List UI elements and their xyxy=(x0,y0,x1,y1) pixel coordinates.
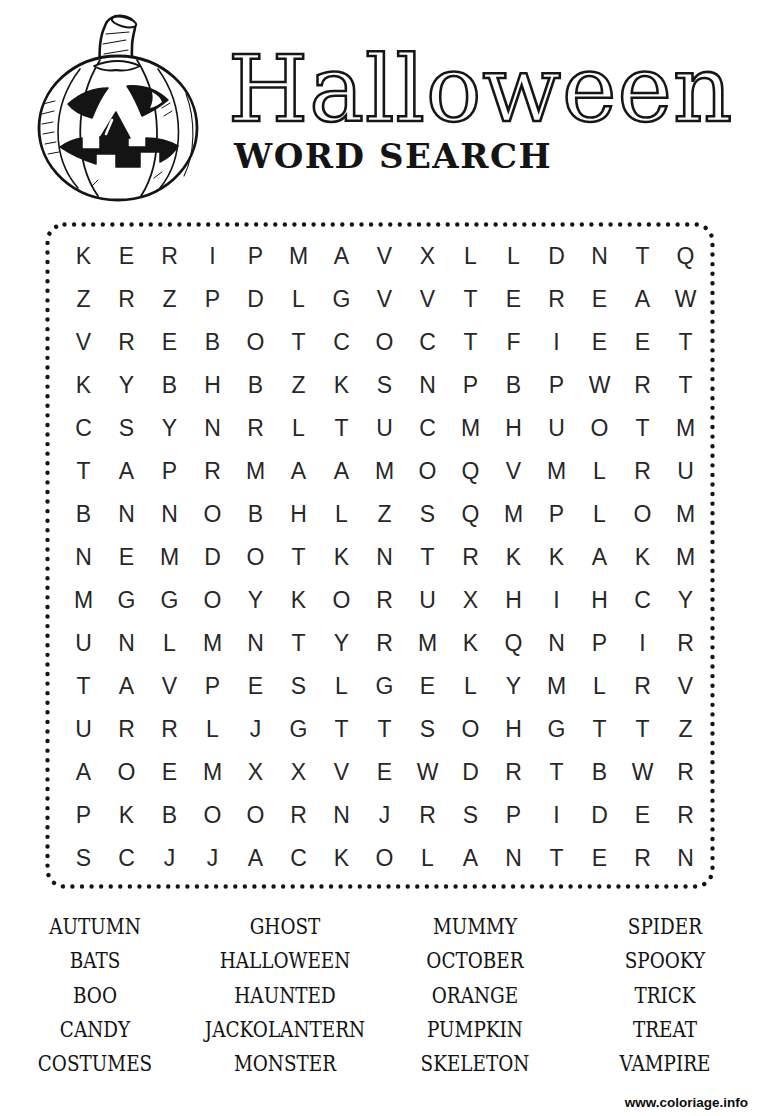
grid-cell[interactable]: C xyxy=(320,321,363,364)
grid-cell[interactable]: M xyxy=(492,493,535,536)
grid-cell[interactable]: L xyxy=(449,235,492,278)
word-list-item: HALLOWEEN xyxy=(209,943,361,977)
grid-cell[interactable]: M xyxy=(191,751,234,794)
puzzle-panel: KERIPMAVXLLDNTQZRZPDLGVVTEREAWVREBOTCOCT… xyxy=(44,221,716,890)
grid-cell[interactable]: B xyxy=(148,364,191,407)
grid-cell[interactable]: R xyxy=(664,794,707,837)
grid-cell[interactable]: B xyxy=(191,321,234,364)
grid-cell[interactable]: N xyxy=(492,837,535,880)
grid-cell[interactable]: T xyxy=(535,837,578,880)
grid-cell[interactable]: A xyxy=(62,751,105,794)
grid-cell[interactable]: R xyxy=(234,407,277,450)
word-list-item: CANDY xyxy=(19,1012,171,1046)
grid-cell[interactable]: E xyxy=(578,321,621,364)
grid-cell[interactable]: T xyxy=(363,708,406,751)
grid-cell[interactable]: G xyxy=(277,708,320,751)
word-list-item: GHOST xyxy=(209,909,361,943)
grid-cell[interactable]: H xyxy=(492,579,535,622)
grid-cell[interactable]: E xyxy=(105,536,148,579)
grid-cell[interactable]: W xyxy=(664,278,707,321)
grid-cell[interactable]: V xyxy=(320,751,363,794)
grid-cell[interactable]: C xyxy=(277,837,320,880)
grid-cell[interactable]: M xyxy=(148,536,191,579)
word-list-item: PUMPKIN xyxy=(399,1012,551,1046)
grid-cell[interactable]: K xyxy=(105,794,148,837)
grid-cell[interactable]: M xyxy=(535,450,578,493)
grid-cell[interactable]: F xyxy=(492,321,535,364)
grid-cell[interactable]: R xyxy=(406,794,449,837)
grid-cell[interactable]: T xyxy=(320,407,363,450)
grid-cell[interactable]: R xyxy=(191,450,234,493)
word-list-item: ORANGE xyxy=(399,978,551,1012)
grid-cell[interactable]: A xyxy=(105,665,148,708)
grid-cell[interactable]: J xyxy=(191,837,234,880)
grid-cell[interactable]: D xyxy=(535,235,578,278)
grid-cell[interactable]: T xyxy=(664,321,707,364)
grid-cell[interactable]: T xyxy=(406,536,449,579)
word-list-item: MUMMY xyxy=(399,909,551,943)
grid-cell[interactable]: K xyxy=(320,837,363,880)
grid-cell[interactable]: U xyxy=(363,407,406,450)
grid-cell[interactable]: R xyxy=(148,235,191,278)
jack-o-lantern-icon xyxy=(36,8,200,204)
word-list-item: COSTUMES xyxy=(19,1046,171,1080)
grid-cell[interactable]: T xyxy=(621,235,664,278)
word-search-grid: KERIPMAVXLLDNTQZRZPDLGVVTEREAWVREBOTCOCT… xyxy=(62,235,707,880)
grid-cell[interactable]: C xyxy=(406,407,449,450)
grid-cell[interactable]: E xyxy=(148,751,191,794)
grid-cell[interactable]: Y xyxy=(105,364,148,407)
grid-cell[interactable]: R xyxy=(277,794,320,837)
grid-cell[interactable]: B xyxy=(148,794,191,837)
grid-cell[interactable]: N xyxy=(148,493,191,536)
website-credit: www.coloriage.info xyxy=(625,1095,748,1110)
grid-cell[interactable]: K xyxy=(320,364,363,407)
grid-cell[interactable]: T xyxy=(277,622,320,665)
grid-cell[interactable]: G xyxy=(363,665,406,708)
grid-cell[interactable]: T xyxy=(62,450,105,493)
grid-cell[interactable]: L xyxy=(277,407,320,450)
grid-cell[interactable]: H xyxy=(492,708,535,751)
grid-cell[interactable]: K xyxy=(449,622,492,665)
grid-cell[interactable]: Y xyxy=(234,579,277,622)
grid-cell[interactable]: X xyxy=(449,579,492,622)
grid-cell[interactable]: C xyxy=(62,407,105,450)
grid-cell[interactable]: M xyxy=(363,450,406,493)
grid-cell[interactable]: S xyxy=(62,837,105,880)
grid-cell[interactable]: Z xyxy=(277,364,320,407)
grid-cell[interactable]: G xyxy=(148,579,191,622)
grid-cell[interactable]: L xyxy=(277,278,320,321)
grid-cell[interactable]: N xyxy=(105,622,148,665)
page-subtitle: WORD SEARCH xyxy=(234,139,552,173)
grid-cell[interactable]: O xyxy=(578,407,621,450)
grid-cell[interactable]: R xyxy=(621,837,664,880)
grid-cell[interactable]: L xyxy=(191,708,234,751)
word-list-item: MONSTER xyxy=(209,1046,361,1080)
grid-cell[interactable]: D xyxy=(578,794,621,837)
grid-cell[interactable]: P xyxy=(62,794,105,837)
grid-cell[interactable]: L xyxy=(449,665,492,708)
grid-cell[interactable]: A xyxy=(105,450,148,493)
grid-cell[interactable]: R xyxy=(105,708,148,751)
grid-cell[interactable]: T xyxy=(320,708,363,751)
grid-cell[interactable]: V xyxy=(664,665,707,708)
grid-cell[interactable]: P xyxy=(148,450,191,493)
grid-cell[interactable]: T xyxy=(449,321,492,364)
grid-cell[interactable]: U xyxy=(535,407,578,450)
grid-cell[interactable]: K xyxy=(320,536,363,579)
grid-cell[interactable]: J xyxy=(363,794,406,837)
grid-cell[interactable]: G xyxy=(535,708,578,751)
grid-cell[interactable]: U xyxy=(62,622,105,665)
grid-cell[interactable]: P xyxy=(191,278,234,321)
grid-cell[interactable]: A xyxy=(277,450,320,493)
grid-cell[interactable]: X xyxy=(234,751,277,794)
grid-cell[interactable]: M xyxy=(664,536,707,579)
grid-cell[interactable]: R xyxy=(363,622,406,665)
word-list-item: BOO xyxy=(19,978,171,1012)
grid-cell[interactable]: Z xyxy=(363,493,406,536)
grid-cell[interactable]: Y xyxy=(664,579,707,622)
grid-cell[interactable]: T xyxy=(62,665,105,708)
grid-cell[interactable]: C xyxy=(406,321,449,364)
grid-cell[interactable]: U xyxy=(62,708,105,751)
grid-cell[interactable]: I xyxy=(535,579,578,622)
grid-cell[interactable]: A xyxy=(578,536,621,579)
grid-cell[interactable]: P xyxy=(535,493,578,536)
grid-cell[interactable]: T xyxy=(621,407,664,450)
grid-cell[interactable]: R xyxy=(363,579,406,622)
grid-cell[interactable]: E xyxy=(621,794,664,837)
grid-cell[interactable]: H xyxy=(578,579,621,622)
grid-cell[interactable]: W xyxy=(621,751,664,794)
grid-cell[interactable]: R xyxy=(621,665,664,708)
grid-cell[interactable]: N xyxy=(105,493,148,536)
grid-cell[interactable]: E xyxy=(363,751,406,794)
word-list-item: SPIDER xyxy=(589,909,741,943)
grid-cell[interactable]: H xyxy=(492,407,535,450)
grid-cell[interactable]: S xyxy=(449,794,492,837)
grid-cell[interactable]: I xyxy=(621,622,664,665)
grid-cell[interactable]: D xyxy=(191,536,234,579)
grid-cell[interactable]: E xyxy=(234,665,277,708)
grid-cell[interactable]: O xyxy=(191,493,234,536)
grid-cell[interactable]: N xyxy=(191,407,234,450)
grid-cell[interactable]: R xyxy=(664,622,707,665)
grid-cell[interactable]: O xyxy=(234,536,277,579)
grid-cell[interactable]: O xyxy=(234,321,277,364)
grid-cell[interactable]: B xyxy=(492,364,535,407)
grid-cell[interactable]: L xyxy=(492,235,535,278)
word-list: AUTUMNBATSBOOCANDYCOSTUMESGHOSTHALLOWEEN… xyxy=(0,909,760,1080)
grid-cell[interactable]: L xyxy=(320,493,363,536)
grid-cell[interactable]: K xyxy=(277,579,320,622)
page-title: Halloween xyxy=(228,44,733,136)
grid-cell[interactable]: V xyxy=(492,450,535,493)
grid-cell[interactable]: L xyxy=(148,622,191,665)
grid-cell[interactable]: O xyxy=(234,794,277,837)
grid-cell[interactable]: R xyxy=(105,278,148,321)
grid-cell[interactable]: O xyxy=(449,708,492,751)
grid-cell[interactable]: Q xyxy=(449,450,492,493)
grid-cell[interactable]: A xyxy=(320,450,363,493)
grid-cell[interactable]: H xyxy=(277,493,320,536)
grid-cell[interactable]: H xyxy=(191,364,234,407)
grid-cell[interactable]: B xyxy=(578,751,621,794)
word-list-item: JACKOLANTERN xyxy=(209,1012,361,1046)
grid-cell[interactable]: P xyxy=(191,665,234,708)
grid-cell[interactable]: U xyxy=(664,450,707,493)
grid-cell[interactable]: R xyxy=(535,278,578,321)
grid-cell[interactable]: M xyxy=(449,407,492,450)
grid-cell[interactable]: E xyxy=(578,278,621,321)
grid-cell[interactable]: R xyxy=(449,536,492,579)
grid-cell[interactable]: C xyxy=(621,579,664,622)
grid-cell[interactable]: N xyxy=(535,622,578,665)
grid-cell[interactable]: R xyxy=(105,321,148,364)
grid-cell[interactable]: E xyxy=(148,321,191,364)
grid-cell[interactable]: E xyxy=(578,837,621,880)
grid-cell[interactable]: B xyxy=(62,493,105,536)
grid-cell[interactable]: B xyxy=(234,493,277,536)
grid-cell[interactable]: R xyxy=(621,364,664,407)
grid-cell[interactable]: E xyxy=(621,321,664,364)
grid-cell[interactable]: S xyxy=(363,364,406,407)
grid-cell[interactable]: D xyxy=(449,751,492,794)
grid-cell[interactable]: T xyxy=(449,278,492,321)
grid-cell[interactable]: W xyxy=(578,364,621,407)
grid-cell[interactable]: B xyxy=(234,364,277,407)
word-list-item: AUTUMN xyxy=(19,909,171,943)
grid-cell[interactable]: V xyxy=(406,278,449,321)
grid-cell[interactable]: M xyxy=(535,665,578,708)
grid-cell[interactable]: I xyxy=(191,235,234,278)
grid-cell[interactable]: N xyxy=(664,837,707,880)
grid-cell[interactable]: L xyxy=(578,493,621,536)
grid-cell[interactable]: M xyxy=(406,622,449,665)
grid-cell[interactable]: T xyxy=(578,708,621,751)
grid-cell[interactable]: N xyxy=(234,622,277,665)
grid-cell[interactable]: M xyxy=(664,407,707,450)
grid-cell[interactable]: S xyxy=(406,708,449,751)
grid-cell[interactable]: R xyxy=(621,450,664,493)
grid-cell[interactable]: P xyxy=(578,622,621,665)
grid-cell[interactable]: M xyxy=(664,493,707,536)
grid-cell[interactable]: V xyxy=(148,665,191,708)
grid-cell[interactable]: P xyxy=(449,364,492,407)
grid-cell[interactable]: Q xyxy=(449,493,492,536)
grid-cell[interactable]: T xyxy=(535,751,578,794)
word-list-item: TREAT xyxy=(589,1012,741,1046)
grid-cell[interactable]: T xyxy=(621,708,664,751)
grid-cell[interactable]: M xyxy=(277,235,320,278)
grid-cell[interactable]: N xyxy=(578,235,621,278)
grid-cell[interactable]: K xyxy=(62,235,105,278)
grid-cell[interactable]: V xyxy=(363,235,406,278)
word-list-item: TRICK xyxy=(589,978,741,1012)
grid-cell[interactable]: R xyxy=(148,708,191,751)
grid-cell[interactable]: Z xyxy=(62,278,105,321)
worksheet-page: Halloween WORD SEARCH KERIPMAVXLLDNTQZRZ… xyxy=(0,0,760,1116)
grid-cell[interactable]: Z xyxy=(148,278,191,321)
grid-cell[interactable]: K xyxy=(492,536,535,579)
grid-cell[interactable]: O xyxy=(621,493,664,536)
grid-cell[interactable]: O xyxy=(363,837,406,880)
grid-cell[interactable]: N xyxy=(363,536,406,579)
grid-cell[interactable]: M xyxy=(191,622,234,665)
grid-cell[interactable]: V xyxy=(62,321,105,364)
grid-cell[interactable]: O xyxy=(406,450,449,493)
grid-cell[interactable]: Y xyxy=(320,622,363,665)
grid-cell[interactable]: A xyxy=(234,837,277,880)
grid-cell[interactable]: A xyxy=(621,278,664,321)
grid-cell[interactable]: G xyxy=(105,579,148,622)
grid-cell[interactable]: U xyxy=(406,579,449,622)
grid-cell[interactable]: A xyxy=(320,235,363,278)
grid-cell[interactable]: L xyxy=(320,665,363,708)
grid-cell[interactable]: R xyxy=(492,751,535,794)
grid-cell[interactable]: R xyxy=(664,751,707,794)
word-list-item: SKELETON xyxy=(399,1046,551,1080)
grid-cell[interactable]: J xyxy=(148,837,191,880)
grid-cell[interactable]: D xyxy=(234,278,277,321)
grid-cell[interactable]: Z xyxy=(664,708,707,751)
grid-cell[interactable]: K xyxy=(621,536,664,579)
grid-cell[interactable]: O xyxy=(320,579,363,622)
grid-cell[interactable]: L xyxy=(578,665,621,708)
grid-cell[interactable]: N xyxy=(62,536,105,579)
grid-cell[interactable]: S xyxy=(277,665,320,708)
grid-cell[interactable]: E xyxy=(406,665,449,708)
grid-cell[interactable]: X xyxy=(406,235,449,278)
grid-cell[interactable]: P xyxy=(234,235,277,278)
grid-cell[interactable]: T xyxy=(277,321,320,364)
grid-cell[interactable]: P xyxy=(535,364,578,407)
grid-cell[interactable]: E xyxy=(492,278,535,321)
word-list-item: VAMPIRE xyxy=(589,1046,741,1080)
word-list-item: OCTOBER xyxy=(399,943,551,977)
word-list-item: BATS xyxy=(19,943,171,977)
word-list-item: HAUNTED xyxy=(209,978,361,1012)
grid-cell[interactable]: O xyxy=(105,751,148,794)
word-list-item: SPOOKY xyxy=(589,943,741,977)
grid-cell[interactable]: E xyxy=(105,235,148,278)
grid-cell[interactable]: N xyxy=(320,794,363,837)
grid-cell[interactable]: J xyxy=(234,708,277,751)
grid-cell[interactable]: C xyxy=(105,837,148,880)
grid-cell[interactable]: S xyxy=(105,407,148,450)
grid-cell[interactable]: W xyxy=(406,751,449,794)
grid-cell[interactable]: O xyxy=(363,321,406,364)
grid-cell[interactable]: M xyxy=(234,450,277,493)
grid-cell[interactable]: L xyxy=(406,837,449,880)
grid-cell[interactable]: T xyxy=(277,536,320,579)
grid-cell[interactable]: Y xyxy=(148,407,191,450)
grid-cell[interactable]: K xyxy=(535,536,578,579)
grid-cell[interactable]: N xyxy=(406,364,449,407)
grid-cell[interactable]: I xyxy=(535,794,578,837)
grid-cell[interactable]: I xyxy=(535,321,578,364)
grid-cell[interactable]: M xyxy=(62,579,105,622)
grid-cell[interactable]: S xyxy=(406,493,449,536)
grid-cell[interactable]: P xyxy=(492,794,535,837)
grid-cell[interactable]: G xyxy=(320,278,363,321)
grid-cell[interactable]: Q xyxy=(492,622,535,665)
grid-cell[interactable]: O xyxy=(191,579,234,622)
grid-cell[interactable]: X xyxy=(277,751,320,794)
grid-cell[interactable]: Y xyxy=(492,665,535,708)
grid-cell[interactable]: A xyxy=(449,837,492,880)
grid-cell[interactable]: O xyxy=(191,794,234,837)
grid-cell[interactable]: L xyxy=(578,450,621,493)
grid-cell[interactable]: T xyxy=(664,364,707,407)
grid-cell[interactable]: Q xyxy=(664,235,707,278)
grid-cell[interactable]: K xyxy=(62,364,105,407)
grid-cell[interactable]: V xyxy=(363,278,406,321)
